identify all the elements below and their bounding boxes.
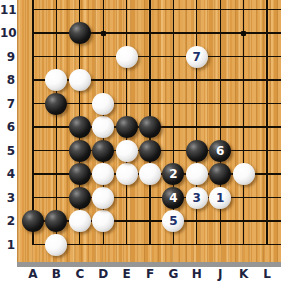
move-number-4: 4 (169, 192, 177, 204)
col-label-A: A (23, 267, 43, 283)
stone-white-F4[interactable] (139, 163, 161, 185)
stone-black-C4[interactable] (69, 163, 91, 185)
stone-white-E9[interactable] (116, 46, 138, 68)
row-label-11: 11 (0, 3, 15, 17)
grid-line-h-11 (32, 9, 281, 10)
row-label-7: 7 (0, 97, 15, 111)
col-label-K: K (234, 267, 254, 283)
row-label-8: 8 (0, 73, 15, 87)
stone-white-B1[interactable] (45, 234, 67, 256)
row-label-2: 2 (0, 214, 15, 228)
move-number-3: 3 (193, 192, 201, 204)
stone-black-C10[interactable] (69, 22, 91, 44)
star-point-K10 (241, 31, 246, 36)
stone-black-H5[interactable] (186, 140, 208, 162)
stone-black-G3[interactable]: 4 (162, 187, 184, 209)
row-label-6: 6 (0, 120, 15, 134)
stone-white-J3[interactable]: 1 (209, 187, 231, 209)
row-label-10: 10 (0, 26, 15, 40)
row-label-5: 5 (0, 144, 15, 158)
grid-line-h-1 (32, 244, 281, 245)
go-diagram: ABCDEFGHJKL1110987654321 4265371 (0, 0, 281, 284)
col-label-C: C (70, 267, 90, 283)
col-label-J: J (210, 267, 230, 283)
col-label-D: D (93, 267, 113, 283)
row-label-9: 9 (0, 50, 15, 64)
row-label-3: 3 (0, 191, 15, 205)
stone-black-A2[interactable] (22, 210, 44, 232)
stone-black-F6[interactable] (139, 116, 161, 138)
move-number-6: 6 (216, 145, 224, 157)
stone-black-C6[interactable] (69, 116, 91, 138)
row-label-1: 1 (0, 238, 15, 252)
col-label-F: F (140, 267, 160, 283)
stone-black-J5[interactable]: 6 (209, 140, 231, 162)
move-number-7: 7 (193, 51, 201, 63)
stone-white-D3[interactable] (92, 187, 114, 209)
col-label-B: B (46, 267, 66, 283)
star-point-D10 (101, 31, 106, 36)
move-number-2: 2 (169, 168, 177, 180)
stone-black-D5[interactable] (92, 140, 114, 162)
move-number-1: 1 (216, 192, 224, 204)
col-label-H: H (187, 267, 207, 283)
col-label-L: L (257, 267, 277, 283)
stone-black-C3[interactable] (69, 187, 91, 209)
grid-line-v-A (32, 0, 33, 245)
grid-line-h-9 (32, 56, 281, 57)
col-label-G: G (163, 267, 183, 283)
stone-white-H3[interactable]: 3 (186, 187, 208, 209)
grid-line-h-7 (32, 103, 281, 104)
stone-white-C8[interactable] (69, 69, 91, 91)
stone-black-C5[interactable] (69, 140, 91, 162)
grid-line-v-B (56, 0, 57, 245)
stone-black-B7[interactable] (45, 93, 67, 115)
stone-white-E5[interactable] (116, 140, 138, 162)
grid-line-v-K (243, 0, 244, 245)
stone-white-H4[interactable] (186, 163, 208, 185)
move-number-5: 5 (169, 215, 177, 227)
row-label-4: 4 (0, 167, 15, 181)
stone-white-C2[interactable] (69, 210, 91, 232)
stone-black-E6[interactable] (116, 116, 138, 138)
stone-white-K4[interactable] (233, 163, 255, 185)
stone-white-D7[interactable] (92, 93, 114, 115)
stone-white-E4[interactable] (116, 163, 138, 185)
col-label-E: E (117, 267, 137, 283)
grid-line-v-L (266, 0, 267, 245)
stone-black-F5[interactable] (139, 140, 161, 162)
stone-white-H9[interactable]: 7 (186, 46, 208, 68)
